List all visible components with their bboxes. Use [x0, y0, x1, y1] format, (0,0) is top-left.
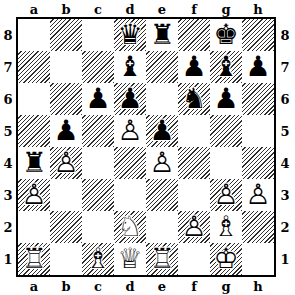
square-e8[interactable]: ♜: [146, 19, 178, 51]
square-c3[interactable]: [82, 179, 114, 211]
rank-label-8: 8: [0, 19, 16, 51]
square-a7[interactable]: [18, 51, 50, 83]
black-rook-icon: ♜: [18, 147, 50, 179]
piece-white-pawn-d5[interactable]: ♟♙: [114, 115, 146, 147]
file-label-f: f: [178, 278, 210, 294]
piece-white-pawn-g3[interactable]: ♟♙: [210, 179, 242, 211]
file-label-h: h: [242, 278, 274, 294]
rank-labels-left: 87654321: [0, 19, 16, 275]
file-label-b: b: [50, 1, 82, 17]
square-b8[interactable]: [50, 19, 82, 51]
square-a5[interactable]: [18, 115, 50, 147]
square-a4[interactable]: ♜: [18, 147, 50, 179]
white-pawn-icon: ♙: [146, 147, 178, 179]
square-f3[interactable]: [178, 179, 210, 211]
piece-black-knight-f6[interactable]: ♞: [178, 83, 210, 115]
square-g7[interactable]: ♝: [210, 51, 242, 83]
file-label-g: g: [210, 278, 242, 294]
square-e7[interactable]: [146, 51, 178, 83]
square-h1[interactable]: [242, 243, 274, 275]
black-queen-icon: ♛: [114, 19, 146, 51]
square-d1[interactable]: ♛♕: [114, 243, 146, 275]
black-pawn-icon: ♟: [50, 115, 82, 147]
piece-white-king-g1[interactable]: ♚♔: [210, 243, 242, 275]
white-knight-icon: ♘: [114, 211, 146, 243]
file-label-f: f: [178, 1, 210, 17]
white-pawn-icon: ♙: [50, 147, 82, 179]
square-d6[interactable]: ♟: [114, 83, 146, 115]
white-queen-icon: ♕: [114, 243, 146, 275]
piece-white-queen-d1[interactable]: ♛♕: [114, 243, 146, 275]
square-e5[interactable]: ♟: [146, 115, 178, 147]
white-king-icon: ♔: [210, 243, 242, 275]
square-d4[interactable]: [114, 147, 146, 179]
file-label-c: c: [82, 1, 114, 17]
piece-black-pawn-h7[interactable]: ♟: [242, 51, 274, 83]
black-knight-icon: ♞: [178, 83, 210, 115]
file-label-c: c: [82, 278, 114, 294]
square-e1[interactable]: ♜♖: [146, 243, 178, 275]
piece-black-pawn-e5[interactable]: ♟: [146, 115, 178, 147]
black-pawn-icon: ♟: [178, 51, 210, 83]
piece-black-king-g8[interactable]: ♚: [210, 19, 242, 51]
square-g4[interactable]: [210, 147, 242, 179]
square-e2[interactable]: [146, 211, 178, 243]
piece-white-bishop-g2[interactable]: ♝♗: [210, 211, 242, 243]
piece-black-bishop-d7[interactable]: ♝: [114, 51, 146, 83]
white-rook-icon: ♖: [146, 243, 178, 275]
file-label-d: d: [114, 1, 146, 17]
white-pawn-icon: ♙: [18, 179, 50, 211]
black-bishop-icon: ♝: [114, 51, 146, 83]
square-a8[interactable]: [18, 19, 50, 51]
square-b4[interactable]: ♟♙: [50, 147, 82, 179]
square-f1[interactable]: [178, 243, 210, 275]
rank-labels-right: 87654321: [277, 19, 293, 275]
square-h3[interactable]: ♟♙: [242, 179, 274, 211]
black-pawn-icon: ♟: [82, 83, 114, 115]
piece-black-rook-a4[interactable]: ♜: [18, 147, 50, 179]
square-f4[interactable]: [178, 147, 210, 179]
piece-black-pawn-g6[interactable]: ♟: [210, 83, 242, 115]
square-c8[interactable]: [82, 19, 114, 51]
square-b1[interactable]: [50, 243, 82, 275]
square-e4[interactable]: ♟♙: [146, 147, 178, 179]
rank-label-3: 3: [277, 179, 293, 211]
square-g2[interactable]: ♝♗: [210, 211, 242, 243]
white-pawn-icon: ♙: [242, 179, 274, 211]
black-bishop-icon: ♝: [210, 51, 242, 83]
piece-white-pawn-a3[interactable]: ♟♙: [18, 179, 50, 211]
square-g6[interactable]: ♟: [210, 83, 242, 115]
square-c4[interactable]: [82, 147, 114, 179]
piece-white-knight-d2[interactable]: ♞♘: [114, 211, 146, 243]
square-f5[interactable]: [178, 115, 210, 147]
square-f6[interactable]: ♞: [178, 83, 210, 115]
square-d7[interactable]: ♝: [114, 51, 146, 83]
file-labels-top: abcdefgh: [18, 1, 274, 17]
square-g5[interactable]: [210, 115, 242, 147]
square-a3[interactable]: ♟♙: [18, 179, 50, 211]
piece-white-rook-a1[interactable]: ♜♖: [18, 243, 50, 275]
piece-black-rook-e8[interactable]: ♜: [146, 19, 178, 51]
square-b5[interactable]: ♟: [50, 115, 82, 147]
square-c2[interactable]: [82, 211, 114, 243]
file-label-b: b: [50, 278, 82, 294]
square-g8[interactable]: ♚: [210, 19, 242, 51]
black-rook-icon: ♜: [146, 19, 178, 51]
piece-black-pawn-b5[interactable]: ♟: [50, 115, 82, 147]
white-bishop-icon: ♗: [210, 211, 242, 243]
file-label-h: h: [242, 1, 274, 17]
rank-label-7: 7: [0, 51, 16, 83]
square-f7[interactable]: ♟: [178, 51, 210, 83]
square-h5[interactable]: [242, 115, 274, 147]
rank-label-7: 7: [277, 51, 293, 83]
square-a1[interactable]: ♜♖: [18, 243, 50, 275]
piece-white-pawn-f2[interactable]: ♟♙: [178, 211, 210, 243]
rank-label-4: 4: [277, 147, 293, 179]
file-label-e: e: [146, 278, 178, 294]
black-king-icon: ♚: [210, 19, 242, 51]
square-d8[interactable]: ♛: [114, 19, 146, 51]
piece-black-bishop-g7[interactable]: ♝: [210, 51, 242, 83]
square-c6[interactable]: ♟: [82, 83, 114, 115]
square-c5[interactable]: [82, 115, 114, 147]
file-label-a: a: [18, 278, 50, 294]
square-b3[interactable]: [50, 179, 82, 211]
square-b7[interactable]: [50, 51, 82, 83]
square-c1[interactable]: ♝♗: [82, 243, 114, 275]
black-pawn-icon: ♟: [114, 83, 146, 115]
file-label-e: e: [146, 1, 178, 17]
piece-white-pawn-b4[interactable]: ♟♙: [50, 147, 82, 179]
rank-label-4: 4: [0, 147, 16, 179]
rank-label-8: 8: [277, 19, 293, 51]
rank-label-1: 1: [0, 243, 16, 275]
file-label-d: d: [114, 278, 146, 294]
rank-label-5: 5: [0, 115, 16, 147]
square-c7[interactable]: [82, 51, 114, 83]
black-pawn-icon: ♟: [242, 51, 274, 83]
rank-label-2: 2: [0, 211, 16, 243]
square-f2[interactable]: ♟♙: [178, 211, 210, 243]
black-pawn-icon: ♟: [210, 83, 242, 115]
square-h8[interactable]: [242, 19, 274, 51]
white-pawn-icon: ♙: [114, 115, 146, 147]
piece-black-pawn-c6[interactable]: ♟: [82, 83, 114, 115]
square-g3[interactable]: ♟♙: [210, 179, 242, 211]
chess-diagram: abcdefgh 87654321 87654321 abcdefgh ♛♜♚♝…: [0, 0, 295, 295]
square-h4[interactable]: [242, 147, 274, 179]
square-a6[interactable]: [18, 83, 50, 115]
rank-label-3: 3: [0, 179, 16, 211]
rank-label-2: 2: [277, 211, 293, 243]
file-label-g: g: [210, 1, 242, 17]
square-h7[interactable]: ♟: [242, 51, 274, 83]
file-label-a: a: [18, 1, 50, 17]
square-b6[interactable]: [50, 83, 82, 115]
square-d5[interactable]: ♟♙: [114, 115, 146, 147]
square-h6[interactable]: [242, 83, 274, 115]
white-pawn-icon: ♙: [178, 211, 210, 243]
white-bishop-icon: ♗: [82, 243, 114, 275]
rank-label-1: 1: [277, 243, 293, 275]
square-e6[interactable]: [146, 83, 178, 115]
rank-label-6: 6: [0, 83, 16, 115]
square-f8[interactable]: [178, 19, 210, 51]
piece-white-bishop-c1[interactable]: ♝♗: [82, 243, 114, 275]
chess-board[interactable]: ♛♜♚♝♟♝♟♟♟♞♟♟♟♙♟♜♟♙♟♙♟♙♟♙♟♙♞♘♟♙♝♗♜♖♝♗♛♕♜♖…: [16, 17, 276, 277]
rank-label-5: 5: [277, 115, 293, 147]
white-rook-icon: ♖: [18, 243, 50, 275]
square-d3[interactable]: [114, 179, 146, 211]
square-e3[interactable]: [146, 179, 178, 211]
file-labels-bottom: abcdefgh: [18, 278, 274, 294]
square-a2[interactable]: [18, 211, 50, 243]
square-h2[interactable]: [242, 211, 274, 243]
piece-black-queen-d8[interactable]: ♛: [114, 19, 146, 51]
piece-black-pawn-f7[interactable]: ♟: [178, 51, 210, 83]
piece-white-rook-e1[interactable]: ♜♖: [146, 243, 178, 275]
black-pawn-icon: ♟: [146, 115, 178, 147]
rank-label-6: 6: [277, 83, 293, 115]
white-pawn-icon: ♙: [210, 179, 242, 211]
square-b2[interactable]: [50, 211, 82, 243]
piece-white-pawn-e4[interactable]: ♟♙: [146, 147, 178, 179]
square-g1[interactable]: ♚♔: [210, 243, 242, 275]
square-d2[interactable]: ♞♘: [114, 211, 146, 243]
piece-black-pawn-d6[interactable]: ♟: [114, 83, 146, 115]
piece-white-pawn-h3[interactable]: ♟♙: [242, 179, 274, 211]
